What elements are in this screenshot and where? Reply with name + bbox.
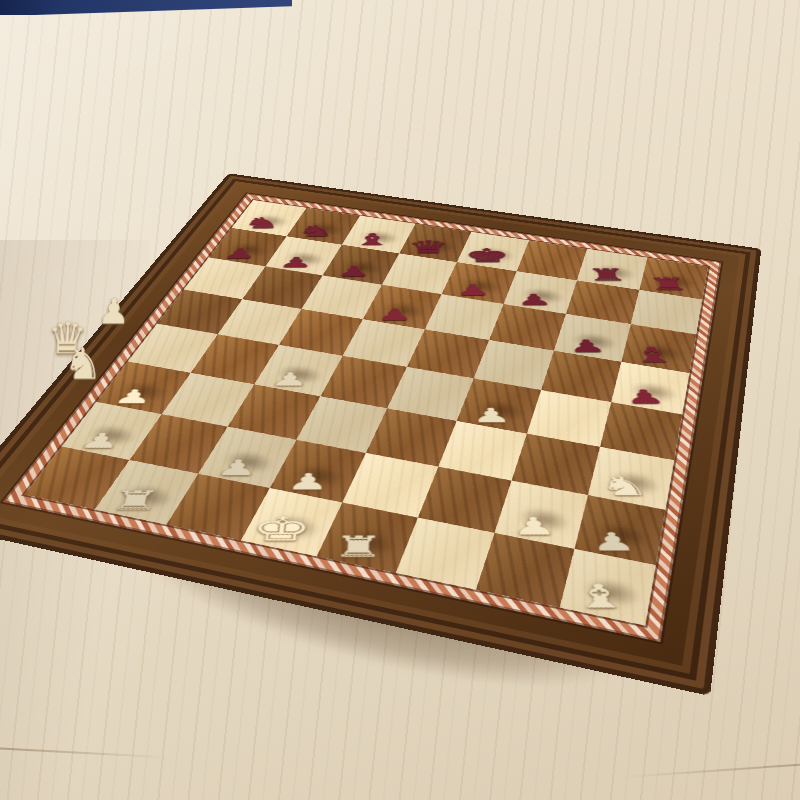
piece-cream-pawn-a3[interactable]: ♟ xyxy=(111,388,155,406)
piece-red-pawn-e7[interactable]: ♟ xyxy=(455,283,490,297)
piece-red-knight-b8[interactable]: ♞ xyxy=(296,224,335,238)
piece-red-knight-a8[interactable]: ♞ xyxy=(241,216,281,230)
piece-red-pawn-c7[interactable]: ♟ xyxy=(336,265,370,279)
table-seam xyxy=(620,764,800,779)
piece-red-bishop-h6[interactable]: ♝ xyxy=(628,345,677,365)
piece-red-rook-h8[interactable]: ♜ xyxy=(647,276,691,292)
square-h8[interactable]: ♜ xyxy=(639,258,708,300)
piece-cream-pawn-a2[interactable]: ♟ xyxy=(77,431,123,451)
piece-red-pawn-g6[interactable]: ♟ xyxy=(567,338,607,354)
piece-cream-rook-b1[interactable]: ♜ xyxy=(107,489,162,514)
piece-red-queen-d8[interactable]: ♛ xyxy=(407,239,450,256)
table-edge-blue-strip xyxy=(0,0,292,15)
piece-cream-pawn-d2[interactable]: ♟ xyxy=(286,471,330,492)
piece-cream-king-d1[interactable]: ♚ xyxy=(250,513,314,545)
piece-red-pawn-d6[interactable]: ♟ xyxy=(377,307,413,322)
piece-red-pawn-f7[interactable]: ♟ xyxy=(516,292,553,306)
piece-red-bishop-c8[interactable]: ♝ xyxy=(352,232,391,247)
piece-cream-pawn-c4[interactable]: ♟ xyxy=(270,370,310,387)
piece-red-pawn-a7[interactable]: ♟ xyxy=(222,247,257,260)
piece-red-rook-g8[interactable]: ♜ xyxy=(586,267,628,283)
piece-cream-pawn-h2[interactable]: ♟ xyxy=(589,530,638,554)
piece-cream-knight-h3[interactable]: ♞ xyxy=(597,474,652,499)
piece-cream-pawn-f4[interactable]: ♟ xyxy=(471,406,512,425)
piece-red-king-e8[interactable]: ♚ xyxy=(463,247,510,265)
piece-red-pawn-b7[interactable]: ♟ xyxy=(278,256,313,269)
piece-cream-rook-e1[interactable]: ♜ xyxy=(331,534,383,561)
piece-red-pawn-h5[interactable]: ♟ xyxy=(623,388,666,406)
piece-cream-pawn-g2[interactable]: ♟ xyxy=(511,514,557,537)
piece-cream-pawn-c2[interactable]: ♟ xyxy=(215,457,260,478)
piece-cream-bishop-h1[interactable]: ♝ xyxy=(570,581,631,612)
captured-cream-knight[interactable]: ♞ xyxy=(62,344,103,385)
captured-cream-pawn[interactable]: ♟ xyxy=(97,296,130,329)
